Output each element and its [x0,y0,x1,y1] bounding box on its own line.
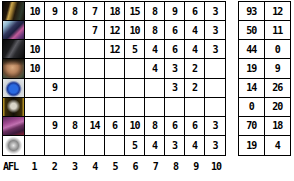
score-cell [145,79,165,98]
score-cell [65,79,85,98]
score-cell: 9 [45,2,65,21]
footer-row: AFL 12345678910 [2,156,226,176]
score-cell: 3 [205,21,225,40]
stat-cell: 9 [265,59,291,78]
score-cell: 9 [165,2,185,21]
score-cell [85,40,105,59]
score-cell [65,21,85,40]
score-cell [25,136,45,155]
score-cell: 12 [105,40,125,59]
score-cell: 6 [185,2,205,21]
score-cell: 18 [105,2,125,21]
score-cell: 6 [185,117,205,136]
score-cell: 3 [165,136,185,155]
score-cell: 2 [185,79,205,98]
score-cell: 6 [165,117,185,136]
score-cell [125,79,145,98]
score-cell [145,98,165,117]
score-cell [85,136,105,155]
round-number-label: 8 [165,161,185,172]
player-avatar [3,79,25,98]
score-cell: 5 [125,40,145,59]
total-cell: 0 [239,98,265,117]
avatar-image [3,21,24,39]
score-cell: 3 [205,117,225,136]
score-cell [65,136,85,155]
round-number-label: 9 [186,161,206,172]
avatar-image [3,59,24,77]
stat-cell: 0 [265,40,291,59]
score-cell: 3 [165,59,185,78]
score-cell [205,59,225,78]
avatar-image [3,117,24,135]
round-number-label: 1 [24,161,44,172]
score-cell [45,98,65,117]
score-cell: 7 [85,2,105,21]
score-cell [165,98,185,117]
score-cell: 9 [45,117,65,136]
score-cell [105,98,125,117]
score-cell [105,136,125,155]
score-cell [85,79,105,98]
score-cell [205,98,225,117]
avatar-image [3,98,24,116]
score-cell: 6 [105,117,125,136]
player-avatar [3,40,25,59]
round-number-label: 4 [85,161,105,172]
score-cell: 3 [205,2,225,21]
score-cell: 10 [25,59,45,78]
stat-cell: 18 [265,117,291,136]
score-cell: 3 [205,136,225,155]
score-cell: 4 [145,59,165,78]
score-grid: 1098718158963712108643101254643104329329… [2,1,226,156]
score-cell: 4 [145,40,165,59]
score-cell [85,98,105,117]
stat-cell: 11 [265,21,291,40]
score-cell [25,79,45,98]
round-number-label: 3 [64,161,84,172]
score-cell [25,98,45,117]
score-cell: 10 [25,2,45,21]
total-cell: 70 [239,117,265,136]
score-cell: 7 [85,21,105,40]
score-cell [105,79,125,98]
avatar-image [3,79,24,97]
stat-cell: 12 [265,2,291,21]
round-number-label: 10 [206,161,226,172]
player-avatar [3,2,25,21]
player-avatar [3,117,25,136]
score-cell: 8 [65,2,85,21]
score-cell: 10 [125,117,145,136]
score-cell [25,117,45,136]
score-cell [45,59,65,78]
score-cell [45,136,65,155]
score-cell: 10 [25,40,45,59]
total-cell: 14 [239,79,265,98]
total-cell: 50 [239,21,265,40]
total-cell: 93 [239,2,265,21]
total-cell: 44 [239,40,265,59]
score-cell [125,98,145,117]
scoreboard-screen: 1098718158963712108643101254643104329329… [0,0,294,181]
avatar-image [3,136,24,155]
total-cell: 19 [239,136,265,155]
stat-cell: 20 [265,98,291,117]
player-avatar [3,98,25,117]
footer-label: AFL [2,161,24,172]
score-cell: 9 [45,79,65,98]
player-avatar [3,136,25,155]
score-cell [125,59,145,78]
score-cell: 14 [85,117,105,136]
round-number-label: 7 [145,161,165,172]
score-cell: 12 [105,21,125,40]
score-cell [185,98,205,117]
stat-cell: 4 [265,136,291,155]
score-cell: 8 [65,117,85,136]
score-cell [65,98,85,117]
score-cell [25,21,45,40]
round-number-label: 2 [44,161,64,172]
score-cell [45,21,65,40]
score-cell: 4 [185,40,205,59]
stat-cell: 26 [265,79,291,98]
round-number-label: 6 [125,161,145,172]
score-cell: 6 [165,40,185,59]
totals-grid: 9312501144019914260207018194 [238,1,291,156]
score-cell: 4 [185,21,205,40]
player-avatar [3,21,25,40]
score-cell: 15 [125,2,145,21]
score-cell: 8 [145,117,165,136]
score-cell: 6 [165,21,185,40]
score-cell: 8 [145,2,165,21]
score-cell: 10 [125,21,145,40]
score-cell [85,59,105,78]
score-cell [205,79,225,98]
total-cell: 19 [239,59,265,78]
score-cell [45,40,65,59]
player-avatar [3,59,25,78]
avatar-image [3,2,24,20]
score-cell: 2 [185,59,205,78]
score-cell: 4 [145,136,165,155]
score-cell: 5 [125,136,145,155]
score-cell: 8 [145,21,165,40]
score-cell [65,59,85,78]
score-cell [105,59,125,78]
score-cell: 3 [165,79,185,98]
score-cell [65,40,85,59]
avatar-image [3,40,24,58]
score-cell: 4 [185,136,205,155]
round-number-label: 5 [105,161,125,172]
score-cell: 3 [205,40,225,59]
